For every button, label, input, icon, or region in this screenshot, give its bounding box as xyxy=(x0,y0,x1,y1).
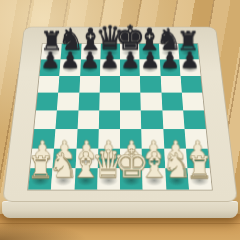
square-g5[interactable] xyxy=(161,93,183,111)
piece-black-pawn[interactable]: ♟ xyxy=(60,48,80,70)
square-e4[interactable] xyxy=(120,110,141,128)
square-g7[interactable]: ♟ xyxy=(159,59,180,75)
square-h7[interactable]: ♟ xyxy=(179,59,200,75)
square-f6[interactable] xyxy=(140,76,161,93)
square-h4[interactable] xyxy=(183,110,206,128)
piece-black-pawn[interactable]: ♟ xyxy=(160,48,180,70)
piece-white-rook[interactable]: ♜ xyxy=(186,153,213,183)
square-c4[interactable] xyxy=(77,110,99,128)
square-d7[interactable]: ♟ xyxy=(100,59,120,75)
square-e5[interactable] xyxy=(120,93,141,111)
piece-black-pawn[interactable]: ♟ xyxy=(180,48,200,70)
square-h1[interactable]: ♜ xyxy=(187,168,212,189)
piece-black-pawn[interactable]: ♟ xyxy=(120,48,140,70)
board-scene: ♜♞♝♛♚♝♞♜♟♟♟♟♟♟♟♟♟♟♟♟♟♟♟♟♜♞♝♛♚♝♞♜ xyxy=(0,0,240,240)
square-e7[interactable]: ♟ xyxy=(120,59,140,75)
piece-black-pawn[interactable]: ♟ xyxy=(140,48,160,70)
square-b4[interactable] xyxy=(56,110,78,128)
square-b7[interactable]: ♟ xyxy=(60,59,81,75)
square-b5[interactable] xyxy=(57,93,79,111)
square-a4[interactable] xyxy=(34,110,57,128)
square-f4[interactable] xyxy=(141,110,163,128)
square-a7[interactable]: ♟ xyxy=(40,59,61,75)
board-frame: ♜♞♝♛♚♝♞♜♟♟♟♟♟♟♟♟♟♟♟♟♟♟♟♟♜♞♝♛♚♝♞♜ xyxy=(2,27,238,202)
square-d4[interactable] xyxy=(99,110,120,128)
piece-black-pawn[interactable]: ♟ xyxy=(40,48,60,70)
square-g4[interactable] xyxy=(162,110,184,128)
square-e6[interactable] xyxy=(120,76,141,93)
square-f7[interactable]: ♟ xyxy=(140,59,161,75)
square-c5[interactable] xyxy=(78,93,99,111)
square-b6[interactable] xyxy=(58,76,79,93)
piece-black-pawn[interactable]: ♟ xyxy=(100,48,120,70)
square-a5[interactable] xyxy=(36,93,58,111)
square-d5[interactable] xyxy=(99,93,120,111)
square-a6[interactable] xyxy=(38,76,60,93)
square-f5[interactable] xyxy=(141,93,162,111)
square-d6[interactable] xyxy=(99,76,120,93)
square-c7[interactable]: ♟ xyxy=(80,59,101,75)
square-g6[interactable] xyxy=(160,76,181,93)
game-viewport: ♜♞♝♛♚♝♞♜♟♟♟♟♟♟♟♟♟♟♟♟♟♟♟♟♜♞♝♛♚♝♞♜ xyxy=(0,0,240,240)
chess-board: ♜♞♝♛♚♝♞♜♟♟♟♟♟♟♟♟♟♟♟♟♟♟♟♟♜♞♝♛♚♝♞♜ xyxy=(2,27,238,202)
square-h5[interactable] xyxy=(182,93,204,111)
board-grid: ♜♞♝♛♚♝♞♜♟♟♟♟♟♟♟♟♟♟♟♟♟♟♟♟♜♞♝♛♚♝♞♜ xyxy=(28,44,212,190)
square-h6[interactable] xyxy=(180,76,202,93)
piece-black-pawn[interactable]: ♟ xyxy=(80,48,100,70)
square-c6[interactable] xyxy=(79,76,100,93)
